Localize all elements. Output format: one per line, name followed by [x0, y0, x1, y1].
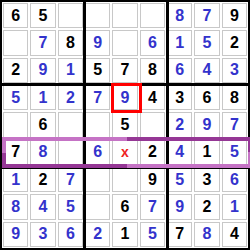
cell-r6c1[interactable]: 7: [3, 140, 28, 165]
cell-r9c5[interactable]: 1: [112, 222, 137, 247]
cell-r9c7[interactable]: 7: [167, 222, 192, 247]
cell-r9c3[interactable]: 6: [58, 222, 83, 247]
cell-r5c8[interactable]: 9: [194, 112, 219, 137]
cell-r5c2[interactable]: 6: [30, 112, 55, 137]
cell-r2c3[interactable]: 8: [58, 30, 83, 55]
cell-r9c1[interactable]: 9: [3, 222, 28, 247]
cell-r3c6[interactable]: 8: [140, 58, 165, 83]
cell-r8c4[interactable]: [85, 194, 110, 219]
cell-r6c9[interactable]: 5: [222, 140, 247, 165]
cell-r7c9[interactable]: 6: [222, 167, 247, 192]
cell-r5c4[interactable]: [85, 112, 110, 137]
cell-r4c1[interactable]: 5: [3, 85, 28, 110]
cell-r9c4[interactable]: 2: [85, 222, 110, 247]
cell-r4c3[interactable]: 2: [58, 85, 83, 110]
cell-r1c6[interactable]: [140, 3, 165, 28]
cell-r2c8[interactable]: 5: [194, 30, 219, 55]
cell-r8c2[interactable]: 4: [30, 194, 55, 219]
cell-r9c9[interactable]: 4: [222, 222, 247, 247]
box-line-vertical-2: [166, 2, 169, 248]
cell-r3c2[interactable]: 9: [30, 58, 55, 83]
cell-r8c6[interactable]: 7: [140, 194, 165, 219]
cell-r8c3[interactable]: 5: [58, 194, 83, 219]
cell-r1c3[interactable]: [58, 3, 83, 28]
cell-r7c5[interactable]: [112, 167, 137, 192]
cell-r6c3[interactable]: [58, 140, 83, 165]
cell-r2c4[interactable]: 9: [85, 30, 110, 55]
cell-r4c6[interactable]: 4: [140, 85, 165, 110]
cell-r3c9[interactable]: 3: [222, 58, 247, 83]
cell-r1c5[interactable]: [112, 3, 137, 28]
cell-r6c8[interactable]: 1: [194, 140, 219, 165]
cell-r7c1[interactable]: 1: [3, 167, 28, 192]
cell-r7c2[interactable]: 2: [30, 167, 55, 192]
cell-r4c9[interactable]: 8: [222, 85, 247, 110]
box-line-horizontal-2: [2, 166, 248, 169]
cell-r1c1[interactable]: 6: [3, 3, 28, 28]
cell-r5c7[interactable]: 2: [167, 112, 192, 137]
cell-r6c6[interactable]: 2: [140, 140, 165, 165]
cell-r3c4[interactable]: 5: [85, 58, 110, 83]
cell-r6c2[interactable]: 8: [30, 140, 55, 165]
cell-r8c9[interactable]: 1: [222, 194, 247, 219]
cell-r7c6[interactable]: 9: [140, 167, 165, 192]
cell-r8c8[interactable]: 2: [194, 194, 219, 219]
cell-r9c6[interactable]: 5: [140, 222, 165, 247]
cell-r8c1[interactable]: 8: [3, 194, 28, 219]
cell-r6c5[interactable]: x: [112, 140, 137, 165]
cell-r5c9[interactable]: 7: [222, 112, 247, 137]
cell-r4c2[interactable]: 1: [30, 85, 55, 110]
cell-r3c5[interactable]: 7: [112, 58, 137, 83]
cell-r3c7[interactable]: 6: [167, 58, 192, 83]
cell-r9c8[interactable]: 8: [194, 222, 219, 247]
cell-r7c8[interactable]: 3: [194, 167, 219, 192]
cell-r3c3[interactable]: 1: [58, 58, 83, 83]
cell-r1c9[interactable]: 9: [222, 3, 247, 28]
cell-r2c6[interactable]: 6: [140, 30, 165, 55]
cell-r6c7[interactable]: 4: [167, 140, 192, 165]
cell-r5c6[interactable]: [140, 112, 165, 137]
cell-r1c2[interactable]: 5: [30, 3, 55, 28]
cell-r8c5[interactable]: 6: [112, 194, 137, 219]
cell-r3c8[interactable]: 4: [194, 58, 219, 83]
cell-r4c7[interactable]: 3: [167, 85, 192, 110]
cell-r1c8[interactable]: 7: [194, 3, 219, 28]
cell-r7c7[interactable]: 5: [167, 167, 192, 192]
cell-r5c1[interactable]: [3, 112, 28, 137]
cell-r2c2[interactable]: 7: [30, 30, 55, 55]
cell-r7c4[interactable]: [85, 167, 110, 192]
cell-r7c3[interactable]: 7: [58, 167, 83, 192]
cell-r4c8[interactable]: 6: [194, 85, 219, 110]
cell-r2c5[interactable]: [112, 30, 137, 55]
sudoku-board: 65879789615229157864351279436865297786x2…: [0, 0, 250, 250]
box-line-horizontal-1: [2, 83, 248, 86]
cell-r1c7[interactable]: 8: [167, 3, 192, 28]
cell-r8c7[interactable]: 9: [167, 194, 192, 219]
cell-r9c2[interactable]: 3: [30, 222, 55, 247]
cell-r4c4[interactable]: 7: [85, 85, 110, 110]
cell-r2c1[interactable]: [3, 30, 28, 55]
cell-r1c4[interactable]: [85, 3, 110, 28]
cell-r2c9[interactable]: 2: [222, 30, 247, 55]
cell-r4c5[interactable]: 9: [112, 85, 137, 110]
cell-r3c1[interactable]: 2: [3, 58, 28, 83]
cell-r5c3[interactable]: [58, 112, 83, 137]
box-line-vertical-1: [83, 2, 86, 248]
cell-r5c5[interactable]: 5: [112, 112, 137, 137]
cell-r6c4[interactable]: 6: [85, 140, 110, 165]
cell-r2c7[interactable]: 1: [167, 30, 192, 55]
